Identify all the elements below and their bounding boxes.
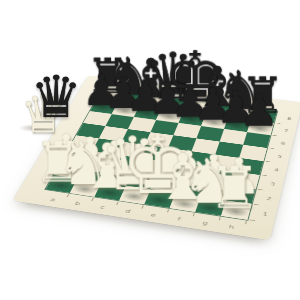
piece-white-rook[interactable]: ♜ [209, 159, 260, 216]
rank-label-4: 4 [268, 162, 285, 178]
file-label-h: h [217, 221, 246, 234]
board-scene: ♜♞♝♛♚♝♞♜♟♟♟♟♟♟♟♟♟♟♟♟♟♟♟♟♜♞♝♛♚♝♞♜ abcdefg… [0, 0, 300, 300]
square-h1[interactable]: ♜ [221, 200, 251, 219]
extra-black-queen[interactable]: ♛ [30, 68, 82, 126]
chess-set-photo: ♜♞♝♛♚♝♞♜♟♟♟♟♟♟♟♟♟♟♟♟♟♟♟♟♜♞♝♛♚♝♞♜ abcdefg… [0, 0, 300, 300]
rank-label-5: 5 [271, 149, 287, 164]
piece-black-pawn[interactable]: ♟ [239, 88, 279, 133]
